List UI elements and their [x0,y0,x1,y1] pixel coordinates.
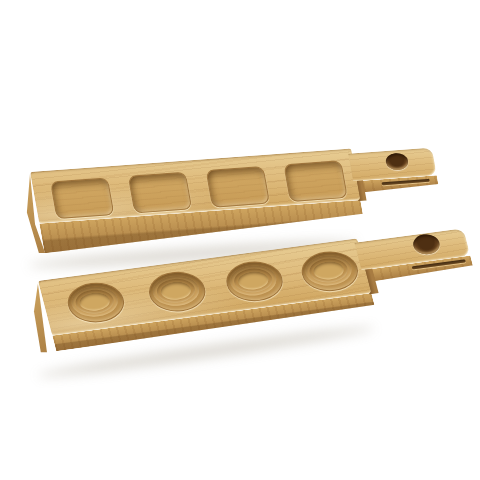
handle-slot [381,179,429,185]
square-recess-3 [205,166,270,208]
hanging-hole [411,233,442,256]
hanging-hole [384,152,409,170]
square-recess-4 [283,160,348,202]
product-photo-canvas [0,0,480,480]
circle-recess-1 [63,280,126,324]
circle-recess-2 [144,269,207,313]
square-recess-2 [128,172,193,214]
flight-board-top [30,143,440,224]
square-recess-1 [50,177,115,219]
circle-recess-3 [222,258,285,302]
circle-recess-4 [297,248,360,292]
